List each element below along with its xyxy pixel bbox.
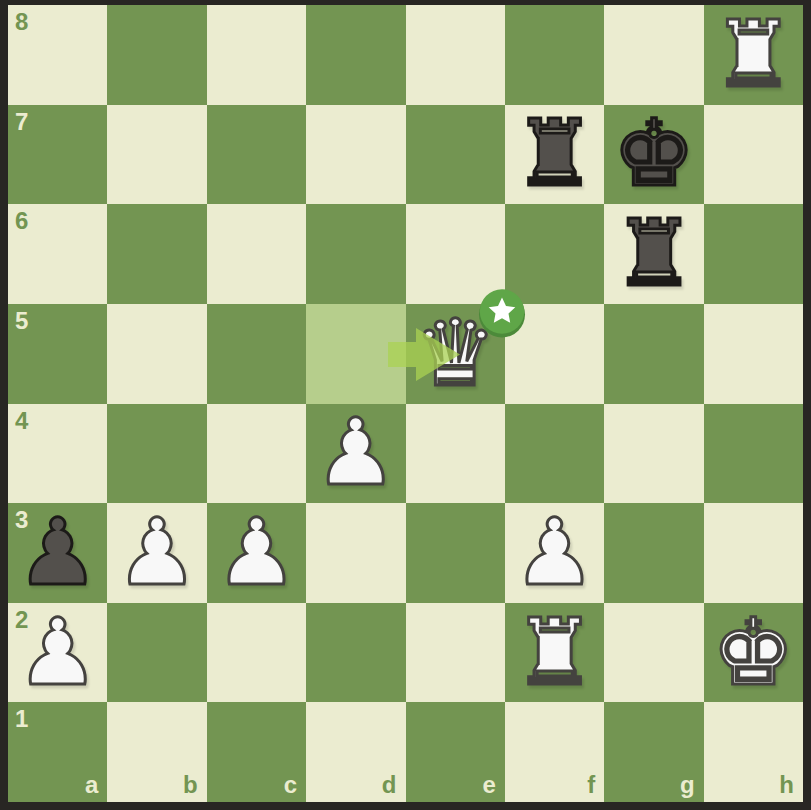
square-h5[interactable] (704, 304, 803, 404)
square-e7[interactable] (406, 105, 505, 205)
file-label-h: h (779, 773, 794, 797)
square-f4[interactable] (505, 404, 604, 504)
square-c8[interactable] (207, 5, 306, 105)
square-b3[interactable]: ♟ (107, 503, 206, 603)
square-e6[interactable] (406, 204, 505, 304)
square-d2[interactable] (306, 603, 405, 703)
square-d5[interactable] (306, 304, 405, 404)
square-h7[interactable] (704, 105, 803, 205)
square-c5[interactable] (207, 304, 306, 404)
piece-white-king-h2[interactable]: ♚ (704, 603, 803, 703)
square-g7[interactable]: ♚ (604, 105, 703, 205)
square-c7[interactable] (207, 105, 306, 205)
square-b4[interactable] (107, 404, 206, 504)
square-d6[interactable] (306, 204, 405, 304)
square-a5[interactable]: 5 (8, 304, 107, 404)
piece-white-pawn-d4[interactable]: ♟ (306, 404, 405, 504)
square-e8[interactable] (406, 5, 505, 105)
square-g4[interactable] (604, 404, 703, 504)
square-c2[interactable] (207, 603, 306, 703)
square-h6[interactable] (704, 204, 803, 304)
square-h2[interactable]: ♚ (704, 603, 803, 703)
piece-white-rook-h8[interactable]: ♜ (704, 5, 803, 105)
square-a8[interactable]: 8 (8, 5, 107, 105)
square-b8[interactable] (107, 5, 206, 105)
square-f8[interactable] (505, 5, 604, 105)
piece-black-king-g7[interactable]: ♚ (604, 105, 703, 205)
square-f5[interactable] (505, 304, 604, 404)
file-label-b: b (183, 773, 198, 797)
square-c6[interactable] (207, 204, 306, 304)
square-c3[interactable]: ♟ (207, 503, 306, 603)
square-f2[interactable]: ♜ (505, 603, 604, 703)
square-g3[interactable] (604, 503, 703, 603)
square-f7[interactable]: ♜ (505, 105, 604, 205)
rank-label-6: 6 (15, 209, 28, 233)
square-d7[interactable] (306, 105, 405, 205)
square-e5[interactable]: ♛ (406, 304, 505, 404)
square-d4[interactable]: ♟ (306, 404, 405, 504)
square-f1[interactable]: f (505, 702, 604, 802)
square-h4[interactable] (704, 404, 803, 504)
rank-label-4: 4 (15, 409, 28, 433)
square-d8[interactable] (306, 5, 405, 105)
file-label-c: c (284, 773, 297, 797)
square-c4[interactable] (207, 404, 306, 504)
piece-black-pawn-a3[interactable]: ♟ (8, 503, 107, 603)
piece-white-pawn-a2[interactable]: ♟ (8, 603, 107, 703)
square-d1[interactable]: d (306, 702, 405, 802)
square-g2[interactable] (604, 603, 703, 703)
square-h8[interactable]: ♜ (704, 5, 803, 105)
square-b2[interactable] (107, 603, 206, 703)
square-h3[interactable] (704, 503, 803, 603)
piece-black-rook-f7[interactable]: ♜ (505, 105, 604, 205)
square-e4[interactable] (406, 404, 505, 504)
square-b6[interactable] (107, 204, 206, 304)
square-a1[interactable]: 1a (8, 702, 107, 802)
square-e3[interactable] (406, 503, 505, 603)
file-label-d: d (382, 773, 397, 797)
square-b1[interactable]: b (107, 702, 206, 802)
square-b5[interactable] (107, 304, 206, 404)
square-g6[interactable]: ♜ (604, 204, 703, 304)
chess-board: 8♜7♜♚6♜5♛4♟3♟♟♟♟2♟♜♚1abcdefgh (8, 5, 803, 802)
file-label-a: a (85, 773, 98, 797)
file-label-f: f (587, 773, 595, 797)
file-label-e: e (483, 773, 496, 797)
board-frame: 8♜7♜♚6♜5♛4♟3♟♟♟♟2♟♜♚1abcdefgh (0, 0, 811, 810)
square-d3[interactable] (306, 503, 405, 603)
piece-white-pawn-b3[interactable]: ♟ (107, 503, 206, 603)
rank-label-8: 8 (15, 10, 28, 34)
square-b7[interactable] (107, 105, 206, 205)
square-h1[interactable]: h (704, 702, 803, 802)
square-f6[interactable] (505, 204, 604, 304)
square-a2[interactable]: 2♟ (8, 603, 107, 703)
square-a4[interactable]: 4 (8, 404, 107, 504)
square-f3[interactable]: ♟ (505, 503, 604, 603)
file-label-g: g (680, 773, 695, 797)
piece-black-rook-g6[interactable]: ♜ (604, 204, 703, 304)
square-e1[interactable]: e (406, 702, 505, 802)
piece-white-pawn-f3[interactable]: ♟ (505, 503, 604, 603)
piece-white-pawn-c3[interactable]: ♟ (207, 503, 306, 603)
square-c1[interactable]: c (207, 702, 306, 802)
piece-white-queen-e5[interactable]: ♛ (406, 304, 505, 404)
rank-label-7: 7 (15, 110, 28, 134)
square-g1[interactable]: g (604, 702, 703, 802)
square-g5[interactable] (604, 304, 703, 404)
square-a7[interactable]: 7 (8, 105, 107, 205)
square-a3[interactable]: 3♟ (8, 503, 107, 603)
square-g8[interactable] (604, 5, 703, 105)
piece-white-rook-f2[interactable]: ♜ (505, 603, 604, 703)
rank-label-1: 1 (15, 707, 28, 731)
square-e2[interactable] (406, 603, 505, 703)
square-a6[interactable]: 6 (8, 204, 107, 304)
rank-label-5: 5 (15, 309, 28, 333)
